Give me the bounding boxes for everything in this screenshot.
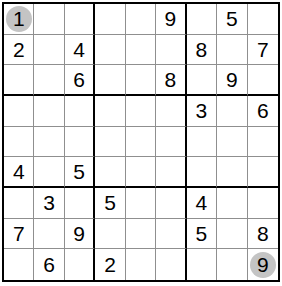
cell-r8c5[interactable] <box>126 219 156 250</box>
cell-r2c9[interactable]: 7 <box>248 35 278 66</box>
given-digit: 7 <box>257 39 269 60</box>
cell-r1c5[interactable] <box>126 4 156 35</box>
cell-r3c5[interactable] <box>126 65 156 96</box>
cell-r5c1[interactable] <box>4 127 34 158</box>
cell-r7c9[interactable] <box>248 188 278 219</box>
given-digit: 9 <box>257 254 269 275</box>
cell-r9c3[interactable] <box>65 249 95 280</box>
cell-r2c7[interactable]: 8 <box>187 35 217 66</box>
given-digit: 3 <box>43 192 55 213</box>
cell-r6c3[interactable]: 5 <box>65 157 95 188</box>
cell-r1c6[interactable]: 9 <box>156 4 186 35</box>
cell-r8c6[interactable] <box>156 219 186 250</box>
cell-r9c4[interactable]: 2 <box>95 249 125 280</box>
cell-r1c1[interactable]: 1 <box>4 4 34 35</box>
cell-r5c8[interactable] <box>217 127 247 158</box>
sudoku-app: 195248768936453547958629 <box>0 0 282 286</box>
cell-r2c2[interactable] <box>34 35 64 66</box>
cell-r9c2[interactable]: 6 <box>34 249 64 280</box>
cell-r3c4[interactable] <box>95 65 125 96</box>
cell-r6c7[interactable] <box>187 157 217 188</box>
cell-r6c2[interactable] <box>34 157 64 188</box>
cell-r7c7[interactable]: 4 <box>187 188 217 219</box>
given-digit: 5 <box>73 161 85 182</box>
cell-r6c9[interactable] <box>248 157 278 188</box>
given-digit: 5 <box>226 8 238 29</box>
given-digit: 2 <box>104 254 116 275</box>
cell-r3c1[interactable] <box>4 65 34 96</box>
cell-r8c2[interactable] <box>34 219 64 250</box>
given-digit: 2 <box>13 39 25 60</box>
cell-r5c2[interactable] <box>34 127 64 158</box>
cell-r4c3[interactable] <box>65 96 95 127</box>
cell-r2c5[interactable] <box>126 35 156 66</box>
cell-r3c2[interactable] <box>34 65 64 96</box>
cell-r3c3[interactable]: 6 <box>65 65 95 96</box>
given-digit: 7 <box>13 223 25 244</box>
cell-r4c9[interactable]: 6 <box>248 96 278 127</box>
cell-r2c6[interactable] <box>156 35 186 66</box>
given-digit: 8 <box>165 69 177 90</box>
given-digit: 4 <box>73 39 85 60</box>
cell-r7c1[interactable] <box>4 188 34 219</box>
cell-r3c9[interactable] <box>248 65 278 96</box>
cell-r9c6[interactable] <box>156 249 186 280</box>
cell-r9c1[interactable] <box>4 249 34 280</box>
given-digit: 9 <box>165 8 177 29</box>
cell-r3c7[interactable] <box>187 65 217 96</box>
given-digit: 6 <box>257 100 269 121</box>
cell-r1c9[interactable] <box>248 4 278 35</box>
cell-r9c8[interactable] <box>217 249 247 280</box>
cell-r2c4[interactable] <box>95 35 125 66</box>
cell-r3c8[interactable]: 9 <box>217 65 247 96</box>
cell-r6c5[interactable] <box>126 157 156 188</box>
cell-r2c1[interactable]: 2 <box>4 35 34 66</box>
cell-r8c1[interactable]: 7 <box>4 219 34 250</box>
cell-r6c6[interactable] <box>156 157 186 188</box>
cell-r2c8[interactable] <box>217 35 247 66</box>
cell-r9c9[interactable]: 9 <box>248 249 278 280</box>
cell-r7c2[interactable]: 3 <box>34 188 64 219</box>
cell-r3c6[interactable]: 8 <box>156 65 186 96</box>
cell-r8c7[interactable]: 5 <box>187 219 217 250</box>
given-digit: 1 <box>13 8 25 29</box>
given-digit: 8 <box>196 39 208 60</box>
cell-r4c7[interactable]: 3 <box>187 96 217 127</box>
cell-r1c2[interactable] <box>34 4 64 35</box>
cell-r5c4[interactable] <box>95 127 125 158</box>
cell-r5c3[interactable] <box>65 127 95 158</box>
cell-r1c8[interactable]: 5 <box>217 4 247 35</box>
cell-r7c5[interactable] <box>126 188 156 219</box>
cell-r4c6[interactable] <box>156 96 186 127</box>
sudoku-board: 195248768936453547958629 <box>2 2 280 282</box>
given-digit: 4 <box>13 161 25 182</box>
given-digit: 6 <box>73 69 85 90</box>
cell-r5c7[interactable] <box>187 127 217 158</box>
cell-r4c1[interactable] <box>4 96 34 127</box>
cell-r5c6[interactable] <box>156 127 186 158</box>
cell-r4c2[interactable] <box>34 96 64 127</box>
cell-r5c5[interactable] <box>126 127 156 158</box>
given-digit: 8 <box>257 223 269 244</box>
cell-r7c6[interactable] <box>156 188 186 219</box>
cell-r8c3[interactable]: 9 <box>65 219 95 250</box>
given-digit: 5 <box>104 192 116 213</box>
cell-r1c4[interactable] <box>95 4 125 35</box>
given-digit: 4 <box>196 192 208 213</box>
cell-r9c7[interactable] <box>187 249 217 280</box>
cell-r8c9[interactable]: 8 <box>248 219 278 250</box>
given-digit: 9 <box>226 69 238 90</box>
cell-r7c8[interactable] <box>217 188 247 219</box>
cell-r9c5[interactable] <box>126 249 156 280</box>
cell-r6c4[interactable] <box>95 157 125 188</box>
cell-r8c4[interactable] <box>95 219 125 250</box>
cell-r7c3[interactable] <box>65 188 95 219</box>
cell-r1c3[interactable] <box>65 4 95 35</box>
cell-r4c8[interactable] <box>217 96 247 127</box>
cell-r6c8[interactable] <box>217 157 247 188</box>
given-digit: 9 <box>73 223 85 244</box>
cell-r4c5[interactable] <box>126 96 156 127</box>
cell-r2c3[interactable]: 4 <box>65 35 95 66</box>
cell-r4c4[interactable] <box>95 96 125 127</box>
cell-r8c8[interactable] <box>217 219 247 250</box>
cell-r6c1[interactable]: 4 <box>4 157 34 188</box>
cell-r1c7[interactable] <box>187 4 217 35</box>
given-digit: 6 <box>43 254 55 275</box>
cell-r5c9[interactable] <box>248 127 278 158</box>
given-digit: 3 <box>196 100 208 121</box>
given-digit: 5 <box>196 223 208 244</box>
cell-r7c4[interactable]: 5 <box>95 188 125 219</box>
